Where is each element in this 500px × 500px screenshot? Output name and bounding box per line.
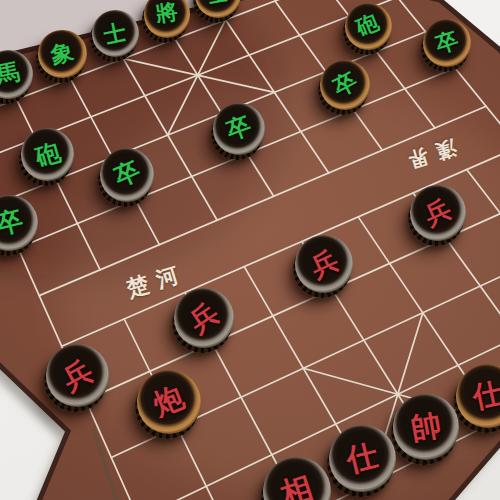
piece-glyph: 仕 — [470, 379, 500, 414]
piece-red-cannon[interactable]: 炮 — [135, 375, 199, 439]
piece-glyph: 卒 — [224, 113, 255, 144]
piece-face: 卒 — [213, 103, 265, 155]
piece-glyph: 士 — [205, 0, 230, 7]
piece-black-soldier[interactable]: 卒 — [98, 153, 152, 207]
piece-glyph: 士 — [102, 21, 128, 47]
piece-glyph: 相 — [277, 471, 317, 500]
piece-glyph: 帥 — [409, 410, 444, 445]
piece-face: 將 — [144, 0, 191, 38]
piece-glyph: 卒 — [0, 207, 26, 238]
piece-glyph: 兵 — [58, 355, 97, 394]
piece-face: 馬 — [0, 50, 33, 100]
piece-glyph: 卒 — [111, 158, 144, 191]
piece-face: 砲 — [345, 3, 392, 50]
piece-glyph: 砲 — [33, 140, 63, 170]
piece-black-advisor[interactable]: 士 — [193, 0, 239, 23]
piece-face: 兵 — [295, 235, 353, 293]
piece-glyph: 象 — [49, 40, 76, 67]
piece-red-advisor[interactable]: 仕 — [454, 369, 500, 433]
piece-glyph: 兵 — [306, 246, 341, 281]
piece-face: 象 — [38, 30, 87, 79]
piece-face: 兵 — [46, 344, 109, 407]
piece-black-cannon[interactable]: 砲 — [343, 8, 390, 55]
piece-face: 兵 — [174, 288, 235, 349]
piece-glyph: 兵 — [421, 196, 455, 230]
piece-glyph: 卒 — [433, 29, 461, 57]
pieces-layer: 士將砲士卒象馬卒卒砲卒兵卒兵兵兵仕炮帥仕相 — [0, 0, 500, 500]
piece-black-soldier[interactable]: 卒 — [211, 108, 263, 160]
piece-glyph: 仕 — [344, 440, 381, 477]
piece-black-soldier[interactable]: 卒 — [318, 65, 368, 115]
piece-red-soldier[interactable]: 兵 — [44, 349, 107, 412]
piece-red-general[interactable]: 帥 — [391, 399, 456, 464]
piece-face: 卒 — [0, 195, 38, 251]
piece-face: 炮 — [137, 370, 201, 434]
piece-black-soldier[interactable]: 卒 — [0, 200, 36, 256]
piece-black-advisor[interactable]: 士 — [90, 15, 138, 63]
piece-red-soldier[interactable]: 兵 — [408, 190, 464, 246]
piece-glyph: 馬 — [0, 61, 22, 88]
piece-face: 士 — [92, 10, 140, 58]
piece-black-general[interactable]: 將 — [142, 0, 189, 43]
piece-glyph: 卒 — [330, 69, 361, 100]
piece-face: 卒 — [320, 60, 370, 110]
piece-face: 帥 — [393, 394, 458, 459]
piece-glyph: 兵 — [185, 299, 224, 338]
piece-red-advisor[interactable]: 仕 — [327, 430, 394, 497]
piece-glyph: 炮 — [150, 383, 189, 422]
piece-face: 兵 — [410, 185, 466, 241]
piece-face: 士 — [195, 0, 241, 18]
piece-face: 砲 — [21, 128, 74, 181]
photo-frame: 楚河 漢界 士將砲士卒象馬卒卒砲卒兵卒兵兵兵仕炮帥仕相 — [0, 0, 500, 500]
piece-face: 仕 — [329, 425, 396, 492]
piece-face: 卒 — [423, 19, 471, 67]
piece-black-elephant[interactable]: 象 — [36, 35, 85, 84]
piece-black-horse[interactable]: 馬 — [0, 55, 31, 105]
piece-face: 卒 — [100, 148, 154, 202]
piece-face: 仕 — [456, 364, 500, 428]
piece-black-soldier[interactable]: 卒 — [421, 24, 469, 72]
piece-black-cannon[interactable]: 砲 — [19, 133, 72, 186]
piece-red-elephant[interactable]: 相 — [261, 462, 329, 500]
piece-red-soldier[interactable]: 兵 — [172, 293, 233, 354]
piece-glyph: 砲 — [354, 12, 382, 40]
piece-face: 相 — [263, 457, 331, 500]
piece-glyph: 將 — [155, 2, 179, 26]
piece-red-soldier[interactable]: 兵 — [293, 240, 351, 298]
